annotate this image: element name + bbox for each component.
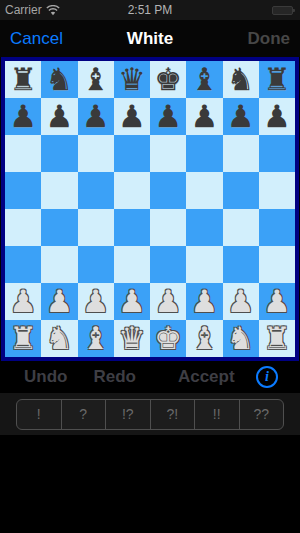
- square-d2[interactable]: ♟: [114, 283, 150, 320]
- black-pawn: ♟: [190, 98, 218, 135]
- annotation-button-!![interactable]: !!: [195, 400, 240, 429]
- white-knight: ♞: [227, 320, 255, 357]
- black-pawn: ♟: [118, 98, 146, 135]
- square-a2[interactable]: ♟: [5, 283, 41, 320]
- square-f4[interactable]: [186, 209, 222, 246]
- black-rook: ♜: [263, 61, 291, 98]
- square-a5[interactable]: [5, 172, 41, 209]
- square-f6[interactable]: [186, 135, 222, 172]
- white-pawn: ♟: [9, 283, 37, 320]
- square-h2[interactable]: ♟: [259, 283, 295, 320]
- square-c3[interactable]: [78, 246, 114, 283]
- square-a7[interactable]: ♟: [5, 98, 41, 135]
- square-f1[interactable]: ♝: [186, 320, 222, 357]
- square-g4[interactable]: [223, 209, 259, 246]
- square-g7[interactable]: ♟: [223, 98, 259, 135]
- square-g2[interactable]: ♟: [223, 283, 259, 320]
- battery-icon: [272, 6, 293, 15]
- white-bishop: ♝: [82, 320, 110, 357]
- white-king: ♚: [154, 320, 182, 357]
- square-c8[interactable]: ♝: [78, 61, 114, 98]
- carrier-label: Carrier: [5, 3, 42, 17]
- square-g1[interactable]: ♞: [223, 320, 259, 357]
- chess-board-frame: ♜♞♝♛♚♝♞♜♟♟♟♟♟♟♟♟♟♟♟♟♟♟♟♟♜♞♝♛♚♝♞♜: [1, 57, 299, 361]
- white-bishop: ♝: [190, 320, 218, 357]
- black-pawn: ♟: [154, 98, 182, 135]
- black-bishop: ♝: [82, 61, 110, 98]
- redo-button[interactable]: Redo: [93, 367, 136, 387]
- annotation-button-![interactable]: !: [17, 400, 62, 429]
- square-b5[interactable]: [41, 172, 77, 209]
- square-a3[interactable]: [5, 246, 41, 283]
- move-toolbar: Undo Redo Accept i: [0, 361, 300, 393]
- undo-button[interactable]: Undo: [24, 367, 67, 387]
- white-rook: ♜: [9, 320, 37, 357]
- navigation-bar: White Cancel Done: [0, 20, 300, 57]
- square-e4[interactable]: [150, 209, 186, 246]
- square-d8[interactable]: ♛: [114, 61, 150, 98]
- info-icon[interactable]: i: [256, 366, 278, 388]
- annotation-segmented-control: !?!??!!!??: [16, 399, 284, 430]
- square-c2[interactable]: ♟: [78, 283, 114, 320]
- square-g3[interactable]: [223, 246, 259, 283]
- annotation-button-?[interactable]: ?: [62, 400, 107, 429]
- square-c1[interactable]: ♝: [78, 320, 114, 357]
- white-knight: ♞: [45, 320, 73, 357]
- white-pawn: ♟: [263, 283, 291, 320]
- square-a1[interactable]: ♜: [5, 320, 41, 357]
- square-e7[interactable]: ♟: [150, 98, 186, 135]
- black-rook: ♜: [9, 61, 37, 98]
- white-pawn: ♟: [154, 283, 182, 320]
- black-pawn: ♟: [45, 98, 73, 135]
- square-a6[interactable]: [5, 135, 41, 172]
- clock: 2:51 PM: [105, 3, 195, 17]
- square-b3[interactable]: [41, 246, 77, 283]
- square-h3[interactable]: [259, 246, 295, 283]
- square-a8[interactable]: ♜: [5, 61, 41, 98]
- white-rook: ♜: [263, 320, 291, 357]
- square-h7[interactable]: ♟: [259, 98, 295, 135]
- square-e5[interactable]: [150, 172, 186, 209]
- square-d4[interactable]: [114, 209, 150, 246]
- square-d1[interactable]: ♛: [114, 320, 150, 357]
- black-bishop: ♝: [190, 61, 218, 98]
- black-pawn: ♟: [227, 98, 255, 135]
- square-e8[interactable]: ♚: [150, 61, 186, 98]
- square-a4[interactable]: [5, 209, 41, 246]
- status-bar: Carrier 2:51 PM: [0, 0, 300, 20]
- square-c6[interactable]: [78, 135, 114, 172]
- square-f2[interactable]: ♟: [186, 283, 222, 320]
- black-knight: ♞: [45, 61, 73, 98]
- square-b1[interactable]: ♞: [41, 320, 77, 357]
- square-g8[interactable]: ♞: [223, 61, 259, 98]
- square-c5[interactable]: [78, 172, 114, 209]
- white-pawn: ♟: [45, 283, 73, 320]
- square-d7[interactable]: ♟: [114, 98, 150, 135]
- annotation-button-!?[interactable]: !?: [106, 400, 151, 429]
- square-h5[interactable]: [259, 172, 295, 209]
- square-e3[interactable]: [150, 246, 186, 283]
- empty-area: [0, 435, 300, 533]
- square-f8[interactable]: ♝: [186, 61, 222, 98]
- square-c7[interactable]: ♟: [78, 98, 114, 135]
- square-d6[interactable]: [114, 135, 150, 172]
- white-pawn: ♟: [227, 283, 255, 320]
- square-g6[interactable]: [223, 135, 259, 172]
- annotation-strip: !?!??!!!??: [0, 393, 300, 435]
- black-king: ♚: [154, 61, 182, 98]
- square-h1[interactable]: ♜: [259, 320, 295, 357]
- square-f3[interactable]: [186, 246, 222, 283]
- accept-button[interactable]: Accept: [178, 367, 235, 387]
- square-b4[interactable]: [41, 209, 77, 246]
- square-h8[interactable]: ♜: [259, 61, 295, 98]
- square-c4[interactable]: [78, 209, 114, 246]
- chess-board: ♜♞♝♛♚♝♞♜♟♟♟♟♟♟♟♟♟♟♟♟♟♟♟♟♜♞♝♛♚♝♞♜: [5, 61, 295, 357]
- black-queen: ♛: [118, 61, 146, 98]
- white-pawn: ♟: [82, 283, 110, 320]
- square-b7[interactable]: ♟: [41, 98, 77, 135]
- square-b8[interactable]: ♞: [41, 61, 77, 98]
- square-e6[interactable]: [150, 135, 186, 172]
- white-queen: ♛: [118, 320, 146, 357]
- square-e1[interactable]: ♚: [150, 320, 186, 357]
- square-e2[interactable]: ♟: [150, 283, 186, 320]
- square-f7[interactable]: ♟: [186, 98, 222, 135]
- square-b2[interactable]: ♟: [41, 283, 77, 320]
- square-b6[interactable]: [41, 135, 77, 172]
- white-pawn: ♟: [118, 283, 146, 320]
- annotation-button-??[interactable]: ??: [240, 400, 284, 429]
- wifi-icon: [46, 5, 60, 16]
- square-f5[interactable]: [186, 172, 222, 209]
- square-d5[interactable]: [114, 172, 150, 209]
- black-knight: ♞: [227, 61, 255, 98]
- annotation-button-?![interactable]: ?!: [151, 400, 196, 429]
- black-pawn: ♟: [9, 98, 37, 135]
- black-pawn: ♟: [263, 98, 291, 135]
- done-button[interactable]: Done: [248, 29, 291, 49]
- cancel-button[interactable]: Cancel: [10, 29, 63, 49]
- black-pawn: ♟: [82, 98, 110, 135]
- square-g5[interactable]: [223, 172, 259, 209]
- square-d3[interactable]: [114, 246, 150, 283]
- square-h4[interactable]: [259, 209, 295, 246]
- square-h6[interactable]: [259, 135, 295, 172]
- white-pawn: ♟: [190, 283, 218, 320]
